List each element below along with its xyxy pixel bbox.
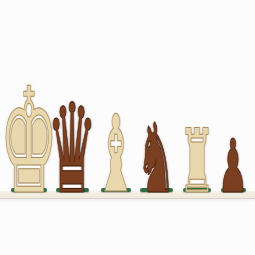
rook-piece: ♜ <box>179 118 215 206</box>
pawn-piece: ♟ <box>218 129 248 203</box>
chess-pieces-photo: ♚♛♝♞♜♟ <box>0 0 255 255</box>
knight-piece: ♞ <box>137 111 176 207</box>
bishop-piece: ♝ <box>95 102 138 208</box>
queen-piece: ♛ <box>47 87 97 211</box>
